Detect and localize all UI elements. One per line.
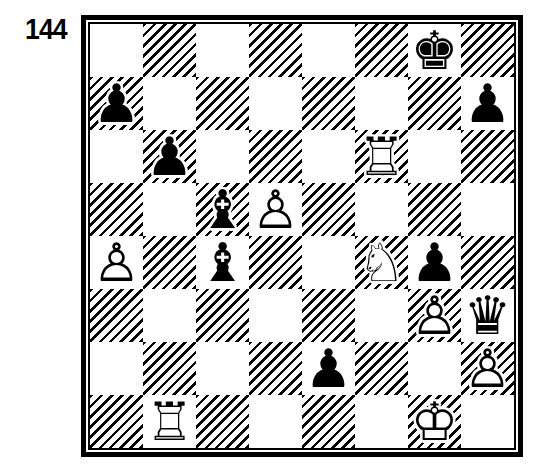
square-h8[interactable]: [461, 24, 514, 77]
square-a5[interactable]: [90, 183, 143, 236]
square-f4[interactable]: ♞♘: [355, 236, 408, 289]
square-d4[interactable]: [249, 236, 302, 289]
square-e1[interactable]: [302, 395, 355, 448]
square-a4[interactable]: ♟♙: [90, 236, 143, 289]
piece-black-pawn-a7[interactable]: ♟: [90, 77, 143, 130]
piece-white-rook-f6[interactable]: ♖: [355, 130, 408, 183]
square-d2[interactable]: [249, 342, 302, 395]
square-f1[interactable]: [355, 395, 408, 448]
piece-black-bishop-c5[interactable]: ♝: [196, 183, 249, 236]
square-f7[interactable]: [355, 77, 408, 130]
square-d8[interactable]: [249, 24, 302, 77]
board-inner-border: ♚♚♟♟♟♟♟♟♜♖♝♝♟♙♟♙♝♝♞♘♟♟♟♙♛♛♟♟♟♙♜♖♚♔: [88, 22, 516, 450]
square-c2[interactable]: [196, 342, 249, 395]
piece-black-pawn-h7[interactable]: ♟: [461, 77, 514, 130]
piece-white-pawn-g3[interactable]: ♙: [408, 289, 461, 342]
square-b6[interactable]: ♟♟: [143, 130, 196, 183]
piece-white-knight-f4[interactable]: ♘: [355, 236, 408, 289]
board-frame: ♚♚♟♟♟♟♟♟♜♖♝♝♟♙♟♙♝♝♞♘♟♟♟♙♛♛♟♟♟♙♜♖♚♔: [81, 15, 523, 457]
piece-white-pawn-d5[interactable]: ♙: [249, 183, 302, 236]
square-h4[interactable]: [461, 236, 514, 289]
square-e7[interactable]: [302, 77, 355, 130]
square-g8[interactable]: ♚♚: [408, 24, 461, 77]
square-d3[interactable]: [249, 289, 302, 342]
square-d1[interactable]: [249, 395, 302, 448]
square-c5[interactable]: ♝♝: [196, 183, 249, 236]
square-e8[interactable]: [302, 24, 355, 77]
square-g4[interactable]: ♟♟: [408, 236, 461, 289]
square-e2[interactable]: ♟♟: [302, 342, 355, 395]
square-g7[interactable]: [408, 77, 461, 130]
square-h5[interactable]: [461, 183, 514, 236]
square-c8[interactable]: [196, 24, 249, 77]
figure-number: 144: [25, 13, 67, 46]
square-g3[interactable]: ♟♙: [408, 289, 461, 342]
square-h6[interactable]: [461, 130, 514, 183]
square-a8[interactable]: [90, 24, 143, 77]
square-c1[interactable]: [196, 395, 249, 448]
square-c7[interactable]: [196, 77, 249, 130]
square-h2[interactable]: ♟♙: [461, 342, 514, 395]
square-f5[interactable]: [355, 183, 408, 236]
square-a1[interactable]: [90, 395, 143, 448]
square-a3[interactable]: [90, 289, 143, 342]
square-e6[interactable]: [302, 130, 355, 183]
square-b7[interactable]: [143, 77, 196, 130]
diagram-page: 144 ♚♚♟♟♟♟♟♟♜♖♝♝♟♙♟♙♝♝♞♘♟♟♟♙♛♛♟♟♟♙♜♖♚♔: [0, 0, 545, 469]
square-b3[interactable]: [143, 289, 196, 342]
square-g1[interactable]: ♚♔: [408, 395, 461, 448]
piece-black-pawn-b6[interactable]: ♟: [143, 130, 196, 183]
square-b2[interactable]: [143, 342, 196, 395]
square-b1[interactable]: ♜♖: [143, 395, 196, 448]
square-c3[interactable]: [196, 289, 249, 342]
piece-black-pawn-g4[interactable]: ♟: [408, 236, 461, 289]
square-f8[interactable]: [355, 24, 408, 77]
piece-black-queen-h3[interactable]: ♛: [461, 289, 514, 342]
chess-board: ♚♚♟♟♟♟♟♟♜♖♝♝♟♙♟♙♝♝♞♘♟♟♟♙♛♛♟♟♟♙♜♖♚♔: [90, 24, 514, 448]
piece-white-pawn-h2[interactable]: ♙: [461, 342, 514, 395]
square-e4[interactable]: [302, 236, 355, 289]
square-a7[interactable]: ♟♟: [90, 77, 143, 130]
square-a2[interactable]: [90, 342, 143, 395]
square-d5[interactable]: ♟♙: [249, 183, 302, 236]
square-h1[interactable]: [461, 395, 514, 448]
piece-black-bishop-c4[interactable]: ♝: [196, 236, 249, 289]
square-h7[interactable]: ♟♟: [461, 77, 514, 130]
square-b4[interactable]: [143, 236, 196, 289]
piece-white-king-g1[interactable]: ♔: [408, 395, 461, 448]
square-c4[interactable]: ♝♝: [196, 236, 249, 289]
square-a6[interactable]: [90, 130, 143, 183]
square-e3[interactable]: [302, 289, 355, 342]
square-b8[interactable]: [143, 24, 196, 77]
square-c6[interactable]: [196, 130, 249, 183]
piece-white-pawn-a4[interactable]: ♙: [90, 236, 143, 289]
square-d7[interactable]: [249, 77, 302, 130]
piece-black-king-g8[interactable]: ♚: [408, 24, 461, 77]
square-e5[interactable]: [302, 183, 355, 236]
square-d6[interactable]: [249, 130, 302, 183]
square-b5[interactable]: [143, 183, 196, 236]
square-g5[interactable]: [408, 183, 461, 236]
piece-black-pawn-e2[interactable]: ♟: [302, 342, 355, 395]
square-f2[interactable]: [355, 342, 408, 395]
piece-white-rook-b1[interactable]: ♖: [143, 395, 196, 448]
square-g6[interactable]: [408, 130, 461, 183]
square-h3[interactable]: ♛♛: [461, 289, 514, 342]
square-f3[interactable]: [355, 289, 408, 342]
square-f6[interactable]: ♜♖: [355, 130, 408, 183]
square-g2[interactable]: [408, 342, 461, 395]
